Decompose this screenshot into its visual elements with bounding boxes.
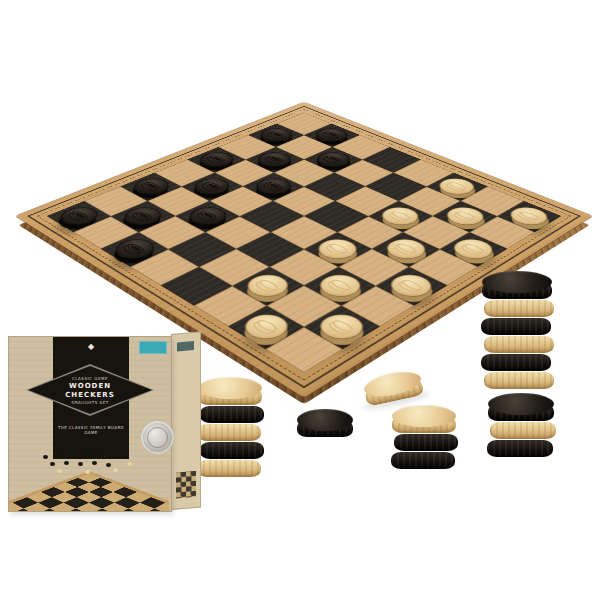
black-checker-piece: [391, 452, 455, 469]
black-checker-piece: [297, 420, 353, 437]
black-checker-piece: [482, 282, 552, 299]
emblem-line-4: DRAUGHTS SET: [71, 400, 108, 405]
product-box: ◆ CLASSIC GAME WOODEN CHECKERS DRAUGHTS …: [8, 334, 200, 512]
black-checker-piece: [481, 318, 551, 335]
natural-checker-piece: [197, 460, 261, 477]
natural-checker-piece: [484, 300, 554, 317]
box-board-checker-pattern: [9, 474, 169, 511]
natural-checker-piece: [392, 416, 456, 433]
box-board-image: [9, 441, 169, 511]
natural-checker-piece: [490, 422, 556, 439]
piece-stack: [482, 270, 552, 389]
box-board-pieces-dots: [43, 455, 48, 459]
box-front-panel: ◆ CLASSIC GAME WOODEN CHECKERS DRAUGHTS …: [8, 336, 172, 512]
emblem-line-3: CHECKERS: [65, 391, 115, 399]
natural-checker-piece: [484, 372, 554, 389]
black-checker-piece: [200, 442, 264, 459]
brand-logo: [139, 341, 167, 354]
black-checker-piece: [394, 434, 458, 451]
emblem-line-2: WOODEN: [69, 382, 111, 390]
black-checker-piece: [488, 404, 554, 421]
box-side-board-image: [176, 471, 196, 499]
box-emblem: CLASSIC GAME WOODEN CHECKERS DRAUGHTS SE…: [26, 364, 154, 416]
black-checker-piece: [481, 354, 551, 371]
natural-checker-piece: [198, 388, 262, 405]
box-tagline: THE CLASSIC FAMILY BOARD GAME: [53, 425, 129, 435]
box-side-panel: [171, 331, 201, 510]
piece-stack: [362, 366, 425, 406]
black-checker-piece: [487, 440, 553, 457]
emblem-line-1: CLASSIC GAME: [72, 376, 108, 381]
piece-stack: [392, 404, 456, 469]
natural-checker-piece: [364, 378, 424, 407]
product-photo-scene: ⛂⛀⛀⛂⛂⛀⛂⛀⛀⛂⛂⛀⛂⛀⛀⛂⛂⛀⛂⛀⛀⛂⛂⛀ ◆ CLASSIC GAME …: [0, 0, 600, 600]
natural-checker-piece: [484, 336, 554, 353]
box-side-logo: [177, 341, 194, 351]
black-checker-piece: [200, 406, 264, 423]
piece-stack: [198, 376, 262, 477]
diamond-icon: ◆: [53, 343, 129, 351]
box-emblem-face: CLASSIC GAME WOODEN CHECKERS DRAUGHTS SE…: [28, 366, 152, 414]
piece-stack: [488, 392, 554, 457]
piece-stack: [297, 408, 353, 437]
natural-checker-piece: [197, 424, 261, 441]
